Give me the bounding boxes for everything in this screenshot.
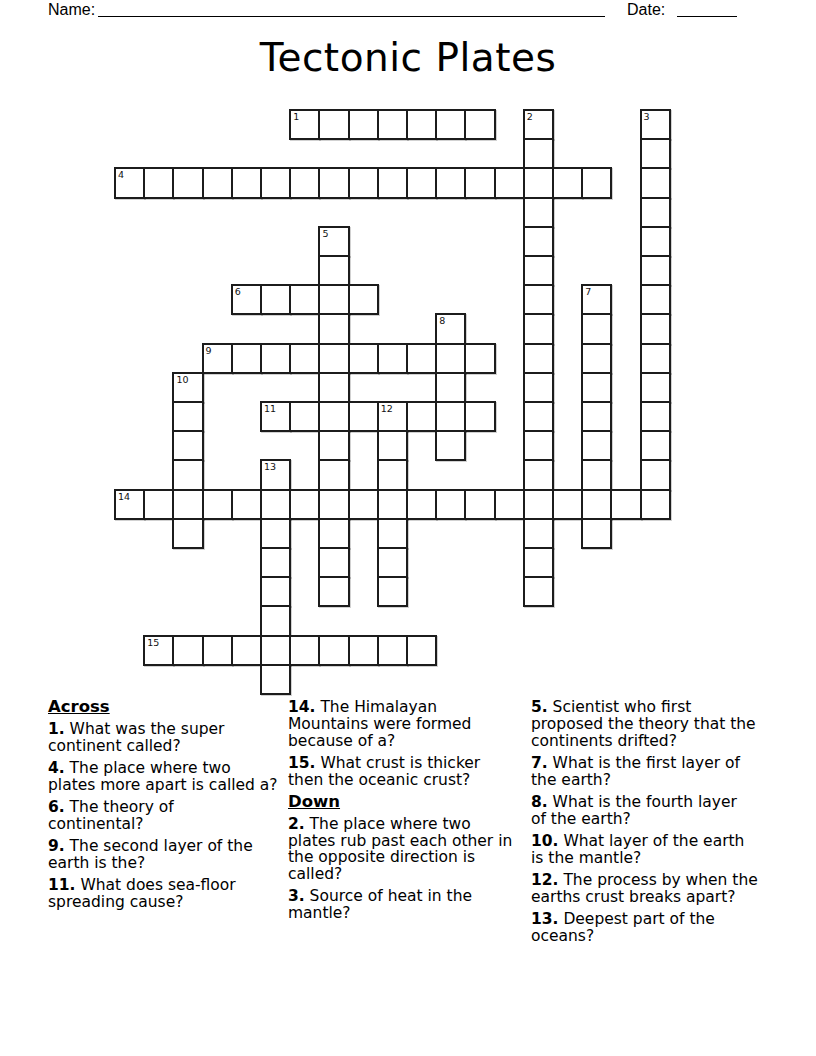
crossword-cell[interactable] [523, 489, 554, 520]
clue-number: 14. [288, 698, 315, 716]
crossword-cell[interactable] [172, 459, 203, 490]
cell-number: 3 [644, 112, 650, 122]
across-heading: Across [48, 699, 284, 716]
clue-down-10: 10. What layer of the earth is the mantl… [531, 833, 773, 867]
clues-column-3: 5. Scientist who first proposed the theo… [531, 699, 773, 950]
crossword-cell[interactable] [260, 635, 291, 666]
cell-number: 6 [235, 287, 241, 297]
crossword-cell[interactable] [377, 489, 408, 520]
crossword-cell[interactable] [494, 167, 525, 198]
crossword-cell[interactable] [202, 167, 233, 198]
cell-number: 15 [147, 638, 159, 648]
crossword-cell[interactable] [318, 489, 349, 520]
clue-across-11: 11. What does sea-floor spreading cause? [48, 877, 284, 911]
crossword-cell[interactable] [172, 635, 203, 666]
crossword-cell[interactable] [581, 430, 612, 461]
crossword-cell[interactable] [318, 343, 349, 374]
cell-number: 7 [585, 287, 591, 297]
crossword-cell[interactable] [377, 635, 408, 666]
crossword-cell[interactable] [464, 401, 495, 432]
crossword-cell[interactable] [289, 635, 320, 666]
cell-number: 9 [206, 346, 212, 356]
crossword-cell[interactable] [202, 635, 233, 666]
clue-number: 12. [531, 871, 558, 889]
crossword-cell[interactable] [260, 605, 291, 636]
clue-number: 10. [531, 832, 558, 850]
crossword-cell[interactable] [640, 343, 671, 374]
crossword-cell[interactable] [318, 109, 349, 140]
cell-number: 2 [527, 112, 533, 122]
crossword-cell[interactable] [260, 518, 291, 549]
clue-number: 3. [288, 887, 305, 905]
crossword-cell[interactable] [318, 430, 349, 461]
crossword-cell[interactable] [377, 547, 408, 578]
crossword-cell[interactable] [640, 489, 671, 520]
crossword-cell[interactable] [231, 489, 262, 520]
crossword-cell[interactable] [406, 401, 437, 432]
crossword-cell[interactable] [289, 401, 320, 432]
crossword-cell[interactable] [523, 226, 554, 257]
crossword-cell[interactable] [435, 109, 466, 140]
cell-number: 8 [439, 316, 445, 326]
crossword-cell[interactable] [348, 284, 379, 315]
crossword-cell[interactable] [640, 284, 671, 315]
clue-across-4: 4. The place where two plates more apart… [48, 760, 284, 794]
clues-column-2: 14. The Himalayan Mountains were formed … [288, 699, 528, 928]
crossword-cell[interactable] [581, 167, 612, 198]
crossword-cell[interactable] [260, 576, 291, 607]
crossword-cell[interactable] [318, 576, 349, 607]
clue-down-7: 7. What is the first layer of the earth? [531, 755, 773, 789]
crossword-cell[interactable] [581, 372, 612, 403]
crossword-grid: 123456789101112131415 [114, 109, 672, 695]
crossword-cell[interactable] [289, 284, 320, 315]
crossword-cell[interactable] [406, 343, 437, 374]
crossword-cell[interactable] [523, 459, 554, 490]
clue-across-9: 9. The second layer of the earth is the? [48, 838, 284, 872]
date-label: Date: [627, 1, 665, 19]
cell-number: 12 [381, 404, 393, 414]
date-blank-line[interactable] [677, 16, 737, 17]
crossword-cell[interactable] [640, 430, 671, 461]
crossword-cell[interactable] [640, 401, 671, 432]
crossword-cell[interactable] [523, 343, 554, 374]
clue-number: 2. [288, 815, 305, 833]
crossword-cell[interactable] [581, 401, 612, 432]
crossword-cell[interactable] [231, 635, 262, 666]
crossword-cell[interactable] [581, 459, 612, 490]
cell-number: 5 [322, 229, 328, 239]
crossword-cell[interactable] [260, 167, 291, 198]
crossword-cell[interactable] [640, 459, 671, 490]
crossword-cell[interactable] [260, 664, 291, 695]
crossword-cell[interactable] [406, 489, 437, 520]
crossword-cell[interactable] [552, 489, 583, 520]
crossword-cell[interactable] [289, 343, 320, 374]
crossword-cell[interactable] [318, 459, 349, 490]
cell-number: 11 [264, 404, 276, 414]
clue-down-8: 8. What is the fourth layer of the earth… [531, 794, 773, 828]
crossword-cell[interactable] [464, 109, 495, 140]
clue-number: 8. [531, 793, 548, 811]
crossword-cell[interactable] [406, 167, 437, 198]
crossword-cell[interactable] [640, 372, 671, 403]
clue-number: 13. [531, 910, 558, 928]
crossword-cell[interactable] [581, 489, 612, 520]
clue-number: 11. [48, 876, 75, 894]
name-label: Name: [48, 1, 95, 19]
crossword-cell[interactable] [172, 518, 203, 549]
crossword-cell[interactable] [435, 430, 466, 461]
cell-number: 4 [118, 170, 124, 180]
crossword-cell[interactable] [523, 518, 554, 549]
crossword-cell[interactable] [581, 518, 612, 549]
clue-down-12: 12. The process by when the earths crust… [531, 872, 773, 906]
worksheet-page: Name: Date: Tectonic Plates 123456789101… [0, 0, 816, 1056]
crossword-cell[interactable] [523, 430, 554, 461]
crossword-cell[interactable] [523, 401, 554, 432]
crossword-cell[interactable] [318, 518, 349, 549]
crossword-cell[interactable] [202, 489, 233, 520]
crossword-cell[interactable] [143, 489, 174, 520]
clue-number: 4. [48, 759, 65, 777]
crossword-cell[interactable] [143, 167, 174, 198]
crossword-cell[interactable] [435, 372, 466, 403]
cell-number: 14 [118, 492, 130, 502]
crossword-cell[interactable] [318, 635, 349, 666]
crossword-cell[interactable] [377, 343, 408, 374]
down-heading: Down [288, 794, 528, 811]
crossword-cell[interactable] [523, 167, 554, 198]
crossword-cell[interactable] [435, 401, 466, 432]
crossword-cell[interactable] [260, 343, 291, 374]
crossword-cell[interactable] [377, 459, 408, 490]
crossword-cell[interactable] [318, 372, 349, 403]
crossword-cell[interactable] [231, 343, 262, 374]
cell-number: 13 [264, 462, 276, 472]
crossword-cell[interactable] [172, 430, 203, 461]
crossword-cell[interactable] [523, 576, 554, 607]
crossword-cell[interactable] [523, 372, 554, 403]
crossword-cell[interactable] [318, 167, 349, 198]
crossword-cell[interactable] [377, 109, 408, 140]
clue-number: 9. [48, 837, 65, 855]
crossword-cell[interactable] [260, 489, 291, 520]
crossword-cell[interactable] [581, 343, 612, 374]
crossword-cell[interactable] [640, 167, 671, 198]
crossword-cell[interactable] [348, 489, 379, 520]
clue-down-5: 5. Scientist who first proposed the theo… [531, 699, 773, 749]
crossword-cell[interactable] [640, 226, 671, 257]
clue-across-14: 14. The Himalayan Mountains were formed … [288, 699, 528, 749]
clue-down-13: 13. Deepest part of the oceans? [531, 911, 773, 945]
clue-number: 6. [48, 798, 65, 816]
crossword-cell[interactable] [435, 343, 466, 374]
crossword-cell[interactable] [348, 635, 379, 666]
clue-across-15: 15. What crust is thicker then the ocean… [288, 755, 528, 789]
crossword-cell[interactable] [348, 401, 379, 432]
crossword-cell[interactable] [523, 284, 554, 315]
clue-number: 5. [531, 698, 548, 716]
crossword-cell[interactable] [377, 576, 408, 607]
clue-down-3: 3. Source of heat in the mantle? [288, 888, 528, 922]
cell-number: 10 [176, 375, 188, 385]
crossword-cell[interactable] [231, 167, 262, 198]
crossword-cell[interactable] [377, 430, 408, 461]
crossword-cell[interactable] [172, 489, 203, 520]
crossword-cell[interactable] [172, 167, 203, 198]
crossword-cell[interactable] [640, 255, 671, 286]
crossword-cell[interactable] [406, 635, 437, 666]
crossword-cell[interactable] [523, 255, 554, 286]
clue-number: 15. [288, 754, 315, 772]
crossword-cell[interactable] [377, 518, 408, 549]
crossword-cell[interactable] [523, 547, 554, 578]
crossword-cell[interactable] [640, 138, 671, 169]
crossword-cell[interactable] [289, 167, 320, 198]
crossword-cell[interactable] [464, 489, 495, 520]
crossword-cell[interactable] [640, 197, 671, 228]
crossword-cell[interactable] [552, 167, 583, 198]
name-blank-line[interactable] [98, 16, 605, 17]
crossword-cell[interactable] [464, 343, 495, 374]
clue-across-1: 1. What was the super continent called? [48, 721, 284, 755]
crossword-cell[interactable] [523, 197, 554, 228]
crossword-cell[interactable] [172, 401, 203, 432]
clue-across-6: 6. The theory of continental? [48, 799, 284, 833]
page-title: Tectonic Plates [0, 38, 816, 77]
crossword-cell[interactable] [318, 313, 349, 344]
crossword-cell[interactable] [523, 138, 554, 169]
clue-down-2: 2. The place where two plates rub past e… [288, 816, 528, 883]
crossword-cell[interactable] [260, 284, 291, 315]
clues-column-1: Across1. What was the super continent ca… [48, 699, 284, 916]
crossword-cell[interactable] [581, 313, 612, 344]
crossword-cell[interactable] [318, 401, 349, 432]
cell-number: 1 [293, 112, 299, 122]
crossword-cell[interactable] [406, 109, 437, 140]
crossword-cell[interactable] [464, 167, 495, 198]
crossword-cell[interactable] [260, 547, 291, 578]
crossword-cell[interactable] [640, 313, 671, 344]
clue-number: 1. [48, 720, 65, 738]
crossword-cell[interactable] [318, 255, 349, 286]
crossword-cell[interactable] [435, 167, 466, 198]
crossword-cell[interactable] [348, 167, 379, 198]
crossword-cell[interactable] [610, 489, 641, 520]
crossword-cell[interactable] [523, 313, 554, 344]
crossword-cell[interactable] [494, 489, 525, 520]
crossword-cell[interactable] [318, 284, 349, 315]
crossword-cell[interactable] [435, 489, 466, 520]
crossword-cell[interactable] [348, 109, 379, 140]
crossword-cell[interactable] [377, 167, 408, 198]
clue-number: 7. [531, 754, 548, 772]
crossword-cell[interactable] [318, 547, 349, 578]
crossword-cell[interactable] [289, 489, 320, 520]
crossword-cell[interactable] [348, 343, 379, 374]
